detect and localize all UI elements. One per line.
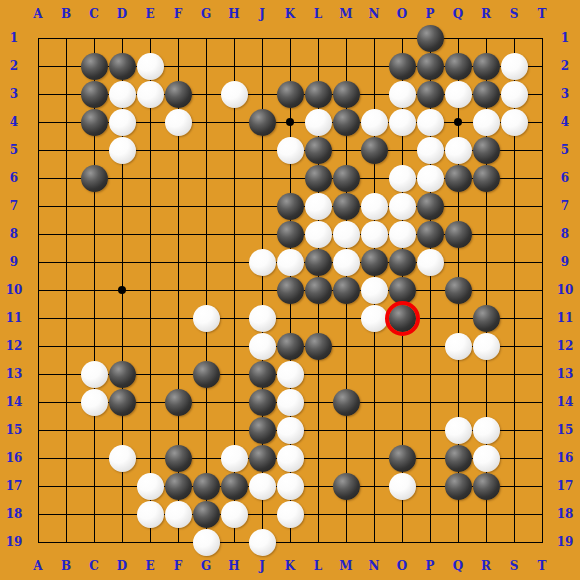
intersection-F16[interactable] [164, 444, 192, 472]
intersection-J2[interactable] [248, 52, 276, 80]
intersection-A3[interactable] [24, 80, 52, 108]
intersection-Q18[interactable] [444, 500, 472, 528]
intersection-K14[interactable] [276, 388, 304, 416]
intersection-O11[interactable] [388, 304, 416, 332]
intersection-H7[interactable] [220, 192, 248, 220]
intersection-E12[interactable] [136, 332, 164, 360]
intersection-L13[interactable] [304, 360, 332, 388]
intersection-K7[interactable] [276, 192, 304, 220]
intersection-B16[interactable] [52, 444, 80, 472]
intersection-C3[interactable] [80, 80, 108, 108]
intersection-F4[interactable] [164, 108, 192, 136]
intersection-B12[interactable] [52, 332, 80, 360]
intersection-B8[interactable] [52, 220, 80, 248]
intersection-M16[interactable] [332, 444, 360, 472]
white-stone-L8[interactable] [305, 221, 332, 248]
white-stone-F18[interactable] [165, 501, 192, 528]
intersection-L4[interactable] [304, 108, 332, 136]
intersection-S16[interactable] [500, 444, 528, 472]
intersection-K12[interactable] [276, 332, 304, 360]
black-stone-D2[interactable] [109, 53, 136, 80]
intersection-E15[interactable] [136, 416, 164, 444]
intersection-G10[interactable] [192, 276, 220, 304]
intersection-H15[interactable] [220, 416, 248, 444]
intersection-K9[interactable] [276, 248, 304, 276]
intersection-B19[interactable] [52, 528, 80, 556]
intersection-C18[interactable] [80, 500, 108, 528]
intersection-S12[interactable] [500, 332, 528, 360]
black-stone-F17[interactable] [165, 473, 192, 500]
white-stone-D4[interactable] [109, 109, 136, 136]
intersection-R2[interactable] [472, 52, 500, 80]
white-stone-O3[interactable] [389, 81, 416, 108]
intersection-P17[interactable] [416, 472, 444, 500]
intersection-E3[interactable] [136, 80, 164, 108]
white-stone-K18[interactable] [277, 501, 304, 528]
intersection-H10[interactable] [220, 276, 248, 304]
intersection-D2[interactable] [108, 52, 136, 80]
intersection-K13[interactable] [276, 360, 304, 388]
intersection-B10[interactable] [52, 276, 80, 304]
intersection-D19[interactable] [108, 528, 136, 556]
intersection-J11[interactable] [248, 304, 276, 332]
intersection-Q15[interactable] [444, 416, 472, 444]
intersection-H3[interactable] [220, 80, 248, 108]
intersection-H19[interactable] [220, 528, 248, 556]
intersection-S6[interactable] [500, 164, 528, 192]
intersection-P7[interactable] [416, 192, 444, 220]
intersection-A1[interactable] [24, 24, 52, 52]
intersection-M13[interactable] [332, 360, 360, 388]
black-stone-P7[interactable] [417, 193, 444, 220]
intersection-R18[interactable] [472, 500, 500, 528]
white-stone-J17[interactable] [249, 473, 276, 500]
intersection-F13[interactable] [164, 360, 192, 388]
black-stone-K3[interactable] [277, 81, 304, 108]
intersection-P14[interactable] [416, 388, 444, 416]
intersection-C12[interactable] [80, 332, 108, 360]
intersection-Q5[interactable] [444, 136, 472, 164]
white-stone-D5[interactable] [109, 137, 136, 164]
intersection-P3[interactable] [416, 80, 444, 108]
intersection-R7[interactable] [472, 192, 500, 220]
intersection-H18[interactable] [220, 500, 248, 528]
black-stone-M4[interactable] [333, 109, 360, 136]
intersection-N18[interactable] [360, 500, 388, 528]
intersection-Q13[interactable] [444, 360, 472, 388]
intersection-M1[interactable] [332, 24, 360, 52]
intersection-Q9[interactable] [444, 248, 472, 276]
black-stone-R11[interactable] [473, 305, 500, 332]
intersection-C16[interactable] [80, 444, 108, 472]
intersection-O6[interactable] [388, 164, 416, 192]
intersection-A17[interactable] [24, 472, 52, 500]
intersection-D6[interactable] [108, 164, 136, 192]
intersection-C5[interactable] [80, 136, 108, 164]
intersection-N7[interactable] [360, 192, 388, 220]
intersection-S5[interactable] [500, 136, 528, 164]
intersection-B7[interactable] [52, 192, 80, 220]
intersection-A6[interactable] [24, 164, 52, 192]
intersection-N13[interactable] [360, 360, 388, 388]
black-stone-R2[interactable] [473, 53, 500, 80]
intersection-C9[interactable] [80, 248, 108, 276]
black-stone-M6[interactable] [333, 165, 360, 192]
intersection-G18[interactable] [192, 500, 220, 528]
black-stone-R6[interactable] [473, 165, 500, 192]
intersection-R15[interactable] [472, 416, 500, 444]
intersection-F5[interactable] [164, 136, 192, 164]
intersection-H6[interactable] [220, 164, 248, 192]
intersection-A9[interactable] [24, 248, 52, 276]
black-stone-Q10[interactable] [445, 277, 472, 304]
white-stone-C14[interactable] [81, 389, 108, 416]
white-stone-K14[interactable] [277, 389, 304, 416]
intersection-M18[interactable] [332, 500, 360, 528]
intersection-S1[interactable] [500, 24, 528, 52]
black-stone-J15[interactable] [249, 417, 276, 444]
white-stone-K13[interactable] [277, 361, 304, 388]
intersection-H1[interactable] [220, 24, 248, 52]
intersection-L2[interactable] [304, 52, 332, 80]
intersection-K18[interactable] [276, 500, 304, 528]
intersection-D8[interactable] [108, 220, 136, 248]
intersection-F6[interactable] [164, 164, 192, 192]
white-stone-N10[interactable] [361, 277, 388, 304]
white-stone-S4[interactable] [501, 109, 528, 136]
intersection-B5[interactable] [52, 136, 80, 164]
intersection-L19[interactable] [304, 528, 332, 556]
intersection-B11[interactable] [52, 304, 80, 332]
black-stone-M3[interactable] [333, 81, 360, 108]
intersection-R3[interactable] [472, 80, 500, 108]
intersection-H16[interactable] [220, 444, 248, 472]
go-board[interactable] [24, 24, 556, 556]
intersection-N16[interactable] [360, 444, 388, 472]
black-stone-J4[interactable] [249, 109, 276, 136]
intersection-S13[interactable] [500, 360, 528, 388]
intersection-J8[interactable] [248, 220, 276, 248]
intersection-P13[interactable] [416, 360, 444, 388]
intersection-R4[interactable] [472, 108, 500, 136]
intersection-S2[interactable] [500, 52, 528, 80]
intersection-Q4[interactable] [444, 108, 472, 136]
intersection-P1[interactable] [416, 24, 444, 52]
intersection-F9[interactable] [164, 248, 192, 276]
black-stone-D14[interactable] [109, 389, 136, 416]
intersection-S9[interactable] [500, 248, 528, 276]
intersection-J3[interactable] [248, 80, 276, 108]
intersection-H17[interactable] [220, 472, 248, 500]
intersection-F10[interactable] [164, 276, 192, 304]
intersection-H2[interactable] [220, 52, 248, 80]
intersection-Q7[interactable] [444, 192, 472, 220]
black-stone-C6[interactable] [81, 165, 108, 192]
intersection-C17[interactable] [80, 472, 108, 500]
intersection-J10[interactable] [248, 276, 276, 304]
intersection-C4[interactable] [80, 108, 108, 136]
intersection-J14[interactable] [248, 388, 276, 416]
intersection-B17[interactable] [52, 472, 80, 500]
intersection-F19[interactable] [164, 528, 192, 556]
intersection-O12[interactable] [388, 332, 416, 360]
white-stone-K17[interactable] [277, 473, 304, 500]
intersection-L14[interactable] [304, 388, 332, 416]
intersection-Q11[interactable] [444, 304, 472, 332]
intersection-P18[interactable] [416, 500, 444, 528]
intersection-L5[interactable] [304, 136, 332, 164]
intersection-G12[interactable] [192, 332, 220, 360]
intersection-N12[interactable] [360, 332, 388, 360]
intersection-E13[interactable] [136, 360, 164, 388]
intersection-A8[interactable] [24, 220, 52, 248]
intersection-D14[interactable] [108, 388, 136, 416]
intersection-S11[interactable] [500, 304, 528, 332]
intersection-C19[interactable] [80, 528, 108, 556]
white-stone-E2[interactable] [137, 53, 164, 80]
intersection-A2[interactable] [24, 52, 52, 80]
intersection-C2[interactable] [80, 52, 108, 80]
intersection-S4[interactable] [500, 108, 528, 136]
intersection-Q6[interactable] [444, 164, 472, 192]
intersection-R13[interactable] [472, 360, 500, 388]
black-stone-J13[interactable] [249, 361, 276, 388]
intersection-P4[interactable] [416, 108, 444, 136]
intersection-G13[interactable] [192, 360, 220, 388]
intersection-O4[interactable] [388, 108, 416, 136]
intersection-A4[interactable] [24, 108, 52, 136]
black-stone-L6[interactable] [305, 165, 332, 192]
intersection-P12[interactable] [416, 332, 444, 360]
white-stone-M9[interactable] [333, 249, 360, 276]
black-stone-H17[interactable] [221, 473, 248, 500]
intersection-B3[interactable] [52, 80, 80, 108]
intersection-L15[interactable] [304, 416, 332, 444]
intersection-F14[interactable] [164, 388, 192, 416]
intersection-K15[interactable] [276, 416, 304, 444]
black-stone-P2[interactable] [417, 53, 444, 80]
intersection-J9[interactable] [248, 248, 276, 276]
intersection-Q10[interactable] [444, 276, 472, 304]
intersection-J15[interactable] [248, 416, 276, 444]
intersection-A16[interactable] [24, 444, 52, 472]
intersection-E16[interactable] [136, 444, 164, 472]
white-stone-N8[interactable] [361, 221, 388, 248]
intersection-L3[interactable] [304, 80, 332, 108]
black-stone-P3[interactable] [417, 81, 444, 108]
black-stone-R3[interactable] [473, 81, 500, 108]
intersection-A18[interactable] [24, 500, 52, 528]
white-stone-Q12[interactable] [445, 333, 472, 360]
intersection-M19[interactable] [332, 528, 360, 556]
intersection-L8[interactable] [304, 220, 332, 248]
black-stone-P1[interactable] [417, 25, 444, 52]
intersection-K17[interactable] [276, 472, 304, 500]
intersection-J5[interactable] [248, 136, 276, 164]
black-stone-D13[interactable] [109, 361, 136, 388]
intersection-G16[interactable] [192, 444, 220, 472]
intersection-K16[interactable] [276, 444, 304, 472]
black-stone-L12[interactable] [305, 333, 332, 360]
intersection-S19[interactable] [500, 528, 528, 556]
black-stone-K12[interactable] [277, 333, 304, 360]
black-stone-C4[interactable] [81, 109, 108, 136]
intersection-R5[interactable] [472, 136, 500, 164]
white-stone-S2[interactable] [501, 53, 528, 80]
intersection-R19[interactable] [472, 528, 500, 556]
intersection-P5[interactable] [416, 136, 444, 164]
intersection-B4[interactable] [52, 108, 80, 136]
intersection-G2[interactable] [192, 52, 220, 80]
intersection-C13[interactable] [80, 360, 108, 388]
white-stone-O7[interactable] [389, 193, 416, 220]
intersection-D3[interactable] [108, 80, 136, 108]
intersection-O9[interactable] [388, 248, 416, 276]
white-stone-Q3[interactable] [445, 81, 472, 108]
intersection-F18[interactable] [164, 500, 192, 528]
intersection-B15[interactable] [52, 416, 80, 444]
intersection-O7[interactable] [388, 192, 416, 220]
intersection-O13[interactable] [388, 360, 416, 388]
intersection-F11[interactable] [164, 304, 192, 332]
black-stone-O10[interactable] [389, 277, 416, 304]
intersection-A15[interactable] [24, 416, 52, 444]
white-stone-R16[interactable] [473, 445, 500, 472]
intersection-G6[interactable] [192, 164, 220, 192]
intersection-E10[interactable] [136, 276, 164, 304]
intersection-C6[interactable] [80, 164, 108, 192]
intersection-D18[interactable] [108, 500, 136, 528]
intersection-N10[interactable] [360, 276, 388, 304]
intersection-O2[interactable] [388, 52, 416, 80]
intersection-N6[interactable] [360, 164, 388, 192]
black-stone-O2[interactable] [389, 53, 416, 80]
intersection-O1[interactable] [388, 24, 416, 52]
intersection-C11[interactable] [80, 304, 108, 332]
black-stone-P8[interactable] [417, 221, 444, 248]
intersection-M6[interactable] [332, 164, 360, 192]
intersection-C15[interactable] [80, 416, 108, 444]
intersection-E2[interactable] [136, 52, 164, 80]
intersection-P10[interactable] [416, 276, 444, 304]
intersection-C1[interactable] [80, 24, 108, 52]
intersection-M7[interactable] [332, 192, 360, 220]
intersection-P2[interactable] [416, 52, 444, 80]
intersection-M14[interactable] [332, 388, 360, 416]
intersection-E14[interactable] [136, 388, 164, 416]
intersection-N9[interactable] [360, 248, 388, 276]
intersection-F15[interactable] [164, 416, 192, 444]
intersection-R17[interactable] [472, 472, 500, 500]
intersection-D17[interactable] [108, 472, 136, 500]
intersection-G3[interactable] [192, 80, 220, 108]
intersection-D12[interactable] [108, 332, 136, 360]
intersection-M4[interactable] [332, 108, 360, 136]
intersection-G1[interactable] [192, 24, 220, 52]
black-stone-F14[interactable] [165, 389, 192, 416]
intersection-M9[interactable] [332, 248, 360, 276]
intersection-S10[interactable] [500, 276, 528, 304]
white-stone-O8[interactable] [389, 221, 416, 248]
intersection-A11[interactable] [24, 304, 52, 332]
intersection-J4[interactable] [248, 108, 276, 136]
white-stone-R15[interactable] [473, 417, 500, 444]
intersection-N1[interactable] [360, 24, 388, 52]
intersection-J17[interactable] [248, 472, 276, 500]
white-stone-N7[interactable] [361, 193, 388, 220]
intersection-S14[interactable] [500, 388, 528, 416]
intersection-N15[interactable] [360, 416, 388, 444]
intersection-O14[interactable] [388, 388, 416, 416]
intersection-E9[interactable] [136, 248, 164, 276]
intersection-S7[interactable] [500, 192, 528, 220]
black-stone-L3[interactable] [305, 81, 332, 108]
intersection-H12[interactable] [220, 332, 248, 360]
intersection-M15[interactable] [332, 416, 360, 444]
intersection-A12[interactable] [24, 332, 52, 360]
white-stone-K5[interactable] [277, 137, 304, 164]
intersection-J7[interactable] [248, 192, 276, 220]
intersection-N17[interactable] [360, 472, 388, 500]
intersection-M8[interactable] [332, 220, 360, 248]
intersection-C7[interactable] [80, 192, 108, 220]
white-stone-N4[interactable] [361, 109, 388, 136]
intersection-H13[interactable] [220, 360, 248, 388]
intersection-Q2[interactable] [444, 52, 472, 80]
intersection-J1[interactable] [248, 24, 276, 52]
intersection-D7[interactable] [108, 192, 136, 220]
white-stone-Q15[interactable] [445, 417, 472, 444]
intersection-O18[interactable] [388, 500, 416, 528]
white-stone-G19[interactable] [193, 529, 220, 556]
white-stone-P5[interactable] [417, 137, 444, 164]
intersection-F17[interactable] [164, 472, 192, 500]
black-stone-F16[interactable] [165, 445, 192, 472]
black-stone-G18[interactable] [193, 501, 220, 528]
intersection-F7[interactable] [164, 192, 192, 220]
black-stone-O11[interactable] [389, 305, 416, 332]
intersection-P15[interactable] [416, 416, 444, 444]
intersection-A13[interactable] [24, 360, 52, 388]
intersection-C10[interactable] [80, 276, 108, 304]
black-stone-G13[interactable] [193, 361, 220, 388]
white-stone-R4[interactable] [473, 109, 500, 136]
white-stone-D16[interactable] [109, 445, 136, 472]
intersection-C8[interactable] [80, 220, 108, 248]
intersection-E18[interactable] [136, 500, 164, 528]
white-stone-F4[interactable] [165, 109, 192, 136]
white-stone-N11[interactable] [361, 305, 388, 332]
intersection-H9[interactable] [220, 248, 248, 276]
intersection-L7[interactable] [304, 192, 332, 220]
intersection-S18[interactable] [500, 500, 528, 528]
intersection-K3[interactable] [276, 80, 304, 108]
intersection-K8[interactable] [276, 220, 304, 248]
intersection-E5[interactable] [136, 136, 164, 164]
white-stone-H18[interactable] [221, 501, 248, 528]
white-stone-O6[interactable] [389, 165, 416, 192]
intersection-G19[interactable] [192, 528, 220, 556]
black-stone-C2[interactable] [81, 53, 108, 80]
intersection-H11[interactable] [220, 304, 248, 332]
white-stone-E17[interactable] [137, 473, 164, 500]
black-stone-Q6[interactable] [445, 165, 472, 192]
intersection-K1[interactable] [276, 24, 304, 52]
black-stone-L5[interactable] [305, 137, 332, 164]
intersection-G11[interactable] [192, 304, 220, 332]
white-stone-J19[interactable] [249, 529, 276, 556]
intersection-K4[interactable] [276, 108, 304, 136]
